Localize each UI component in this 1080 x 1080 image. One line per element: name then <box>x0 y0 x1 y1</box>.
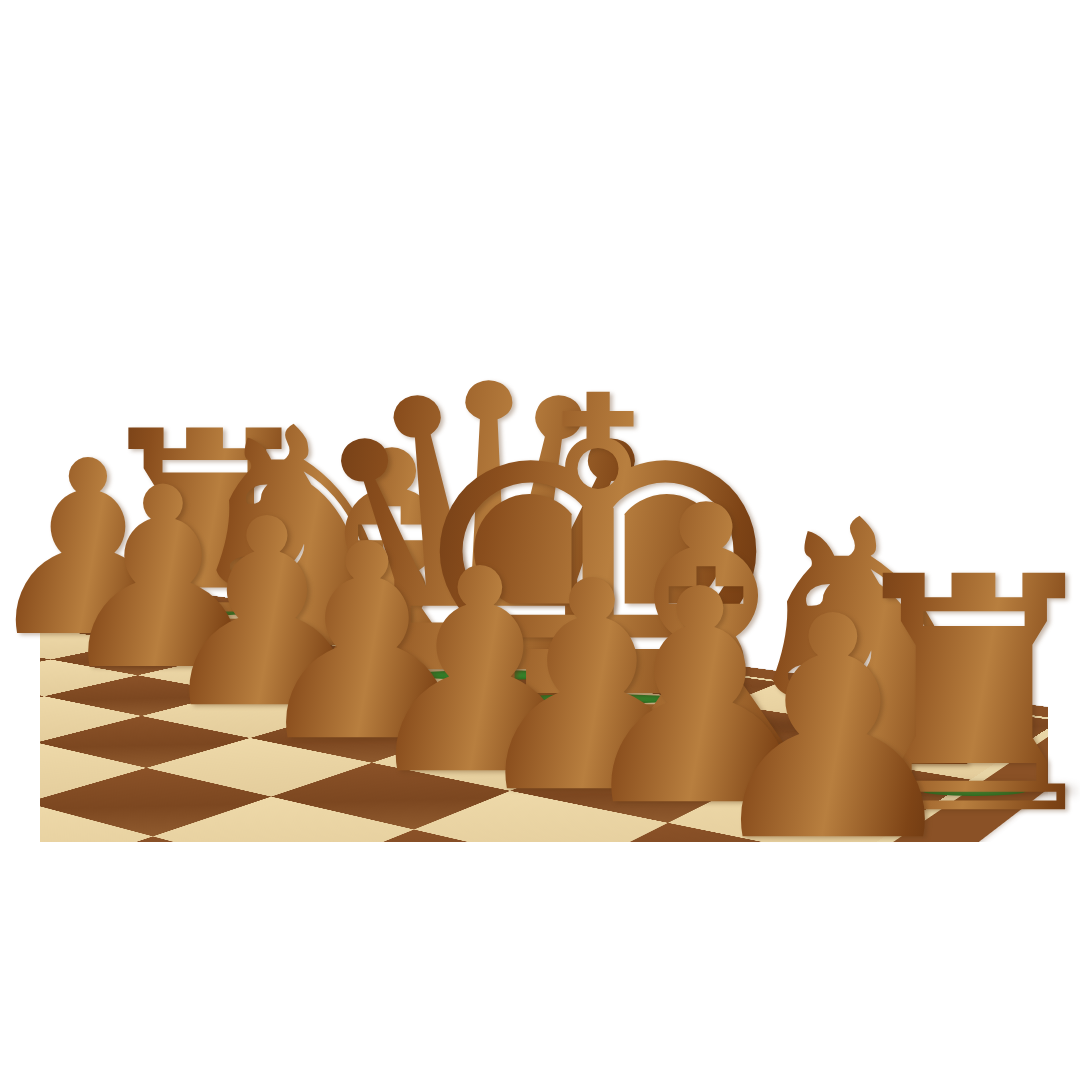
product-photo: 8 ♜♟♞♝♟♛♟♚♟♝♞♟♟♟♜♟ <box>0 0 1080 1080</box>
piece-pawn-h7[interactable]: ♟ <box>680 576 987 883</box>
